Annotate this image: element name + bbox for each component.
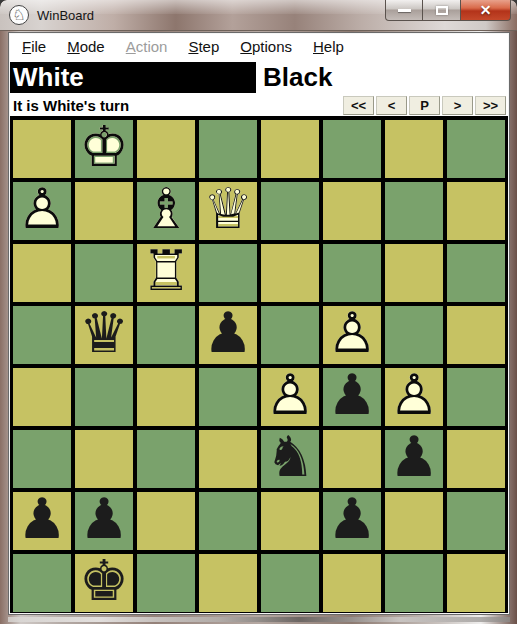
- white-knight-app-icon: ♘: [9, 5, 29, 25]
- square-a4[interactable]: [13, 368, 71, 426]
- square-b5[interactable]: ♛: [75, 306, 133, 364]
- chess-board: ♚♔♟♙♝♗♛♕♜♖♛♟♟♙♟♙♟♟♙♞♟♟♟♟♚: [9, 116, 509, 614]
- white-pawn[interactable]: ♟♙: [13, 182, 71, 240]
- square-e8[interactable]: [261, 120, 319, 178]
- square-b2[interactable]: ♟: [75, 492, 133, 550]
- square-e6[interactable]: [261, 244, 319, 302]
- square-a1[interactable]: [13, 554, 71, 612]
- white-king[interactable]: ♚♔: [75, 120, 133, 178]
- square-b7[interactable]: [75, 182, 133, 240]
- minimize-icon: [398, 9, 411, 12]
- square-h1[interactable]: [447, 554, 505, 612]
- menu-options[interactable]: Options: [240, 38, 292, 55]
- to-start-button[interactable]: <<: [343, 96, 374, 115]
- white-bishop[interactable]: ♝♗: [137, 182, 195, 240]
- square-d1[interactable]: [199, 554, 257, 612]
- white-queen[interactable]: ♛♕: [199, 182, 257, 240]
- square-e1[interactable]: [261, 554, 319, 612]
- menu-mode[interactable]: Mode: [67, 38, 105, 55]
- square-d5[interactable]: ♟: [199, 306, 257, 364]
- square-g2[interactable]: [385, 492, 443, 550]
- white-player-label: White: [9, 62, 256, 93]
- white-pawn[interactable]: ♟♙: [261, 368, 319, 426]
- square-a5[interactable]: [13, 306, 71, 364]
- square-a2[interactable]: ♟: [13, 492, 71, 550]
- square-a8[interactable]: [13, 120, 71, 178]
- window-frame: FileModeActionStepOptionsHelp White Blac…: [0, 31, 517, 624]
- black-pawn[interactable]: ♟: [13, 492, 71, 550]
- square-g7[interactable]: [385, 182, 443, 240]
- square-b6[interactable]: [75, 244, 133, 302]
- square-b4[interactable]: [75, 368, 133, 426]
- square-f6[interactable]: [323, 244, 381, 302]
- square-h3[interactable]: [447, 430, 505, 488]
- square-d4[interactable]: [199, 368, 257, 426]
- square-a7[interactable]: ♟♙: [13, 182, 71, 240]
- black-pawn[interactable]: ♟: [323, 368, 381, 426]
- square-h7[interactable]: [447, 182, 505, 240]
- square-e7[interactable]: [261, 182, 319, 240]
- back-button[interactable]: <: [376, 96, 407, 115]
- square-e5[interactable]: [261, 306, 319, 364]
- square-c8[interactable]: [137, 120, 195, 178]
- black-king[interactable]: ♚: [75, 554, 133, 612]
- square-f8[interactable]: [323, 120, 381, 178]
- square-d6[interactable]: [199, 244, 257, 302]
- minimize-button[interactable]: [385, 0, 423, 21]
- white-rook[interactable]: ♜♖: [137, 244, 195, 302]
- black-player-label: Black: [256, 62, 332, 93]
- square-f4[interactable]: ♟: [323, 368, 381, 426]
- square-b8[interactable]: ♚♔: [75, 120, 133, 178]
- square-b3[interactable]: [75, 430, 133, 488]
- square-d7[interactable]: ♛♕: [199, 182, 257, 240]
- menu-action: Action: [126, 38, 168, 55]
- square-c6[interactable]: ♜♖: [137, 244, 195, 302]
- close-icon: ✕: [480, 3, 492, 17]
- close-button[interactable]: ✕: [461, 0, 511, 21]
- square-h6[interactable]: [447, 244, 505, 302]
- square-f7[interactable]: [323, 182, 381, 240]
- maximize-icon: [436, 6, 448, 15]
- title-bar[interactable]: ♘ WinBoard ✕: [0, 0, 517, 31]
- square-g6[interactable]: [385, 244, 443, 302]
- board-area: ♚♔♟♙♝♗♛♕♜♖♛♟♟♙♟♙♟♟♙♞♟♟♟♟♚: [9, 116, 509, 614]
- square-d8[interactable]: [199, 120, 257, 178]
- square-g4[interactable]: ♟♙: [385, 368, 443, 426]
- white-pawn[interactable]: ♟♙: [323, 306, 381, 364]
- square-f3[interactable]: [323, 430, 381, 488]
- square-e2[interactable]: [261, 492, 319, 550]
- square-f1[interactable]: [323, 554, 381, 612]
- square-a6[interactable]: [13, 244, 71, 302]
- black-pawn[interactable]: ♟: [199, 306, 257, 364]
- maximize-button[interactable]: [423, 0, 461, 21]
- player-clock-row: White Black: [9, 60, 509, 94]
- square-g8[interactable]: [385, 120, 443, 178]
- square-d3[interactable]: [199, 430, 257, 488]
- turn-status-message: It is White's turn: [13, 97, 343, 114]
- square-c2[interactable]: [137, 492, 195, 550]
- square-c1[interactable]: [137, 554, 195, 612]
- forward-button[interactable]: >: [442, 96, 473, 115]
- square-c3[interactable]: [137, 430, 195, 488]
- pause-button[interactable]: P: [409, 96, 440, 115]
- status-bar: It is White's turn <<<P>>>: [9, 94, 509, 116]
- winboard-window: ♘ WinBoard ✕ FileModeActionStepOptionsHe…: [0, 0, 517, 624]
- black-queen[interactable]: ♛: [75, 306, 133, 364]
- menu-file[interactable]: File: [22, 38, 46, 55]
- square-c7[interactable]: ♝♗: [137, 182, 195, 240]
- square-e3[interactable]: ♞: [261, 430, 319, 488]
- square-e4[interactable]: ♟♙: [261, 368, 319, 426]
- square-d2[interactable]: [199, 492, 257, 550]
- window-title: WinBoard: [37, 8, 94, 23]
- square-h8[interactable]: [447, 120, 505, 178]
- square-f5[interactable]: ♟♙: [323, 306, 381, 364]
- menu-bar: FileModeActionStepOptionsHelp: [9, 33, 509, 60]
- black-pawn[interactable]: ♟: [75, 492, 133, 550]
- square-f2[interactable]: ♟: [323, 492, 381, 550]
- window-content: FileModeActionStepOptionsHelp White Blac…: [8, 32, 510, 615]
- to-end-button[interactable]: >>: [475, 96, 506, 115]
- black-pawn[interactable]: ♟: [323, 492, 381, 550]
- square-h5[interactable]: [447, 306, 505, 364]
- square-c4[interactable]: [137, 368, 195, 426]
- black-pawn[interactable]: ♟: [385, 430, 443, 488]
- square-b1[interactable]: ♚: [75, 554, 133, 612]
- square-a3[interactable]: [13, 430, 71, 488]
- square-g5[interactable]: [385, 306, 443, 364]
- menu-step[interactable]: Step: [188, 38, 219, 55]
- square-h4[interactable]: [447, 368, 505, 426]
- white-pawn[interactable]: ♟♙: [385, 368, 443, 426]
- move-navigation: <<<P>>>: [343, 96, 506, 115]
- square-c5[interactable]: [137, 306, 195, 364]
- square-g3[interactable]: ♟: [385, 430, 443, 488]
- square-h2[interactable]: [447, 492, 505, 550]
- window-controls: ✕: [385, 0, 511, 21]
- menu-help[interactable]: Help: [313, 38, 344, 55]
- square-g1[interactable]: [385, 554, 443, 612]
- black-knight[interactable]: ♞: [261, 430, 319, 488]
